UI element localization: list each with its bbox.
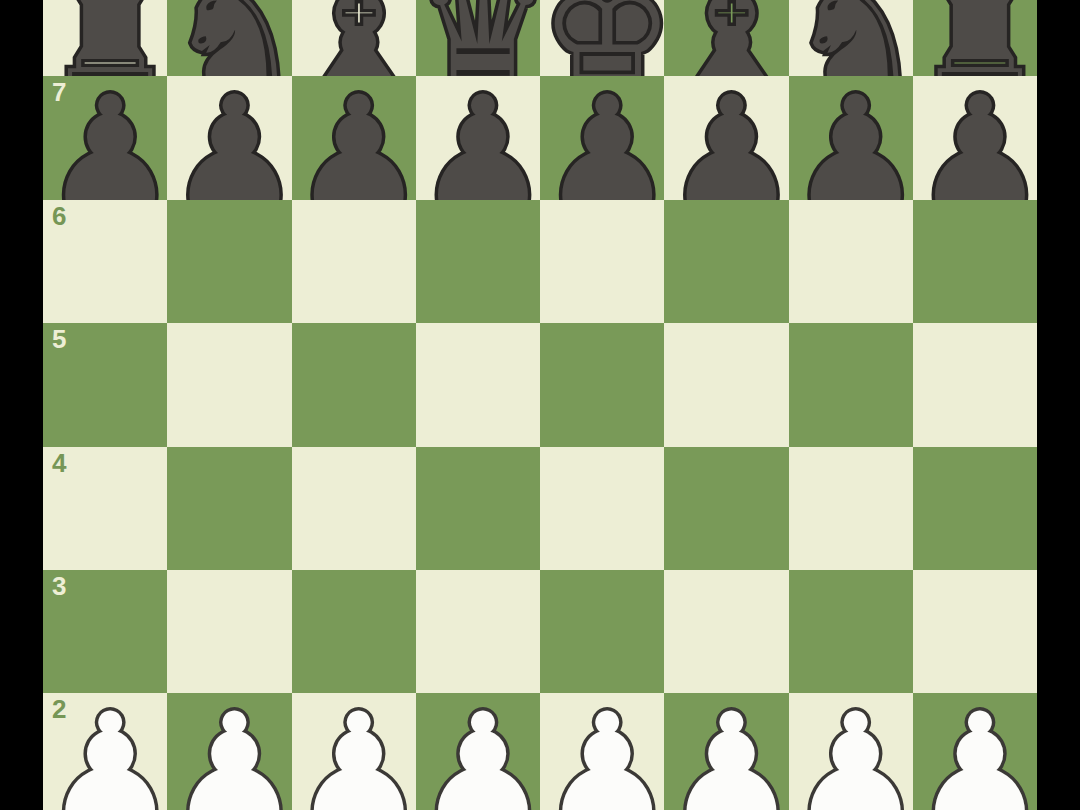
black-pawn[interactable]: ♟ — [540, 76, 664, 199]
black-pawn[interactable]: ♟ — [913, 76, 1037, 199]
square-f7[interactable]: ♟ — [664, 76, 788, 199]
black-pawn[interactable]: ♟ — [167, 76, 291, 199]
square-b4[interactable] — [167, 447, 291, 570]
black-pawn[interactable]: ♟ — [292, 76, 416, 199]
square-b3[interactable] — [167, 570, 291, 693]
black-pawn[interactable]: ♟ — [43, 76, 167, 199]
left-letterbox — [0, 0, 43, 810]
square-b7[interactable]: ♟ — [167, 76, 291, 199]
square-c2[interactable]: ♟ — [292, 693, 416, 810]
white-pawn[interactable]: ♟ — [540, 693, 664, 810]
square-d4[interactable] — [416, 447, 540, 570]
square-a2[interactable]: 2♟ — [43, 693, 167, 810]
square-a3[interactable]: 3 — [43, 570, 167, 693]
square-d5[interactable] — [416, 323, 540, 446]
square-e5[interactable] — [540, 323, 664, 446]
square-g4[interactable] — [789, 447, 913, 570]
square-h2[interactable]: ♟ — [913, 693, 1037, 810]
square-e7[interactable]: ♟ — [540, 76, 664, 199]
rank-label-4: 4 — [52, 450, 66, 476]
rank-label-5: 5 — [52, 326, 66, 352]
square-g2[interactable]: ♟ — [789, 693, 913, 810]
white-pawn[interactable]: ♟ — [664, 693, 788, 810]
square-d6[interactable] — [416, 200, 540, 323]
square-e4[interactable] — [540, 447, 664, 570]
square-b5[interactable] — [167, 323, 291, 446]
white-pawn[interactable]: ♟ — [167, 693, 291, 810]
white-pawn[interactable]: ♟ — [43, 693, 167, 810]
white-pawn[interactable]: ♟ — [913, 693, 1037, 810]
white-pawn[interactable]: ♟ — [416, 693, 540, 810]
square-g5[interactable] — [789, 323, 913, 446]
square-g7[interactable]: ♟ — [789, 76, 913, 199]
square-c7[interactable]: ♟ — [292, 76, 416, 199]
square-f6[interactable] — [664, 200, 788, 323]
square-d7[interactable]: ♟ — [416, 76, 540, 199]
square-f4[interactable] — [664, 447, 788, 570]
square-e2[interactable]: ♟ — [540, 693, 664, 810]
square-e3[interactable] — [540, 570, 664, 693]
square-h3[interactable] — [913, 570, 1037, 693]
square-b6[interactable] — [167, 200, 291, 323]
square-f3[interactable] — [664, 570, 788, 693]
square-c3[interactable] — [292, 570, 416, 693]
rank-label-6: 6 — [52, 203, 66, 229]
square-b2[interactable]: ♟ — [167, 693, 291, 810]
white-pawn[interactable]: ♟ — [292, 693, 416, 810]
square-c6[interactable] — [292, 200, 416, 323]
square-h6[interactable] — [913, 200, 1037, 323]
square-a5[interactable]: 5 — [43, 323, 167, 446]
square-a4[interactable]: 4 — [43, 447, 167, 570]
square-c4[interactable] — [292, 447, 416, 570]
square-a7[interactable]: 7♟ — [43, 76, 167, 199]
black-pawn[interactable]: ♟ — [664, 76, 788, 199]
rank-label-3: 3 — [52, 573, 66, 599]
square-d2[interactable]: ♟ — [416, 693, 540, 810]
square-g3[interactable] — [789, 570, 913, 693]
square-h5[interactable] — [913, 323, 1037, 446]
black-pawn[interactable]: ♟ — [789, 76, 913, 199]
square-c5[interactable] — [292, 323, 416, 446]
chess-board: 8♜♞♝♛♚♝♞♜7♟♟♟♟♟♟♟♟65432♟♟♟♟♟♟♟♟1♜♞♝♛♚♝♞♜ — [43, 0, 1037, 810]
square-e6[interactable] — [540, 200, 664, 323]
square-f2[interactable]: ♟ — [664, 693, 788, 810]
square-g6[interactable] — [789, 200, 913, 323]
black-pawn[interactable]: ♟ — [416, 76, 540, 199]
square-a6[interactable]: 6 — [43, 200, 167, 323]
square-h4[interactable] — [913, 447, 1037, 570]
square-f5[interactable] — [664, 323, 788, 446]
square-h7[interactable]: ♟ — [913, 76, 1037, 199]
white-pawn[interactable]: ♟ — [789, 693, 913, 810]
square-d3[interactable] — [416, 570, 540, 693]
